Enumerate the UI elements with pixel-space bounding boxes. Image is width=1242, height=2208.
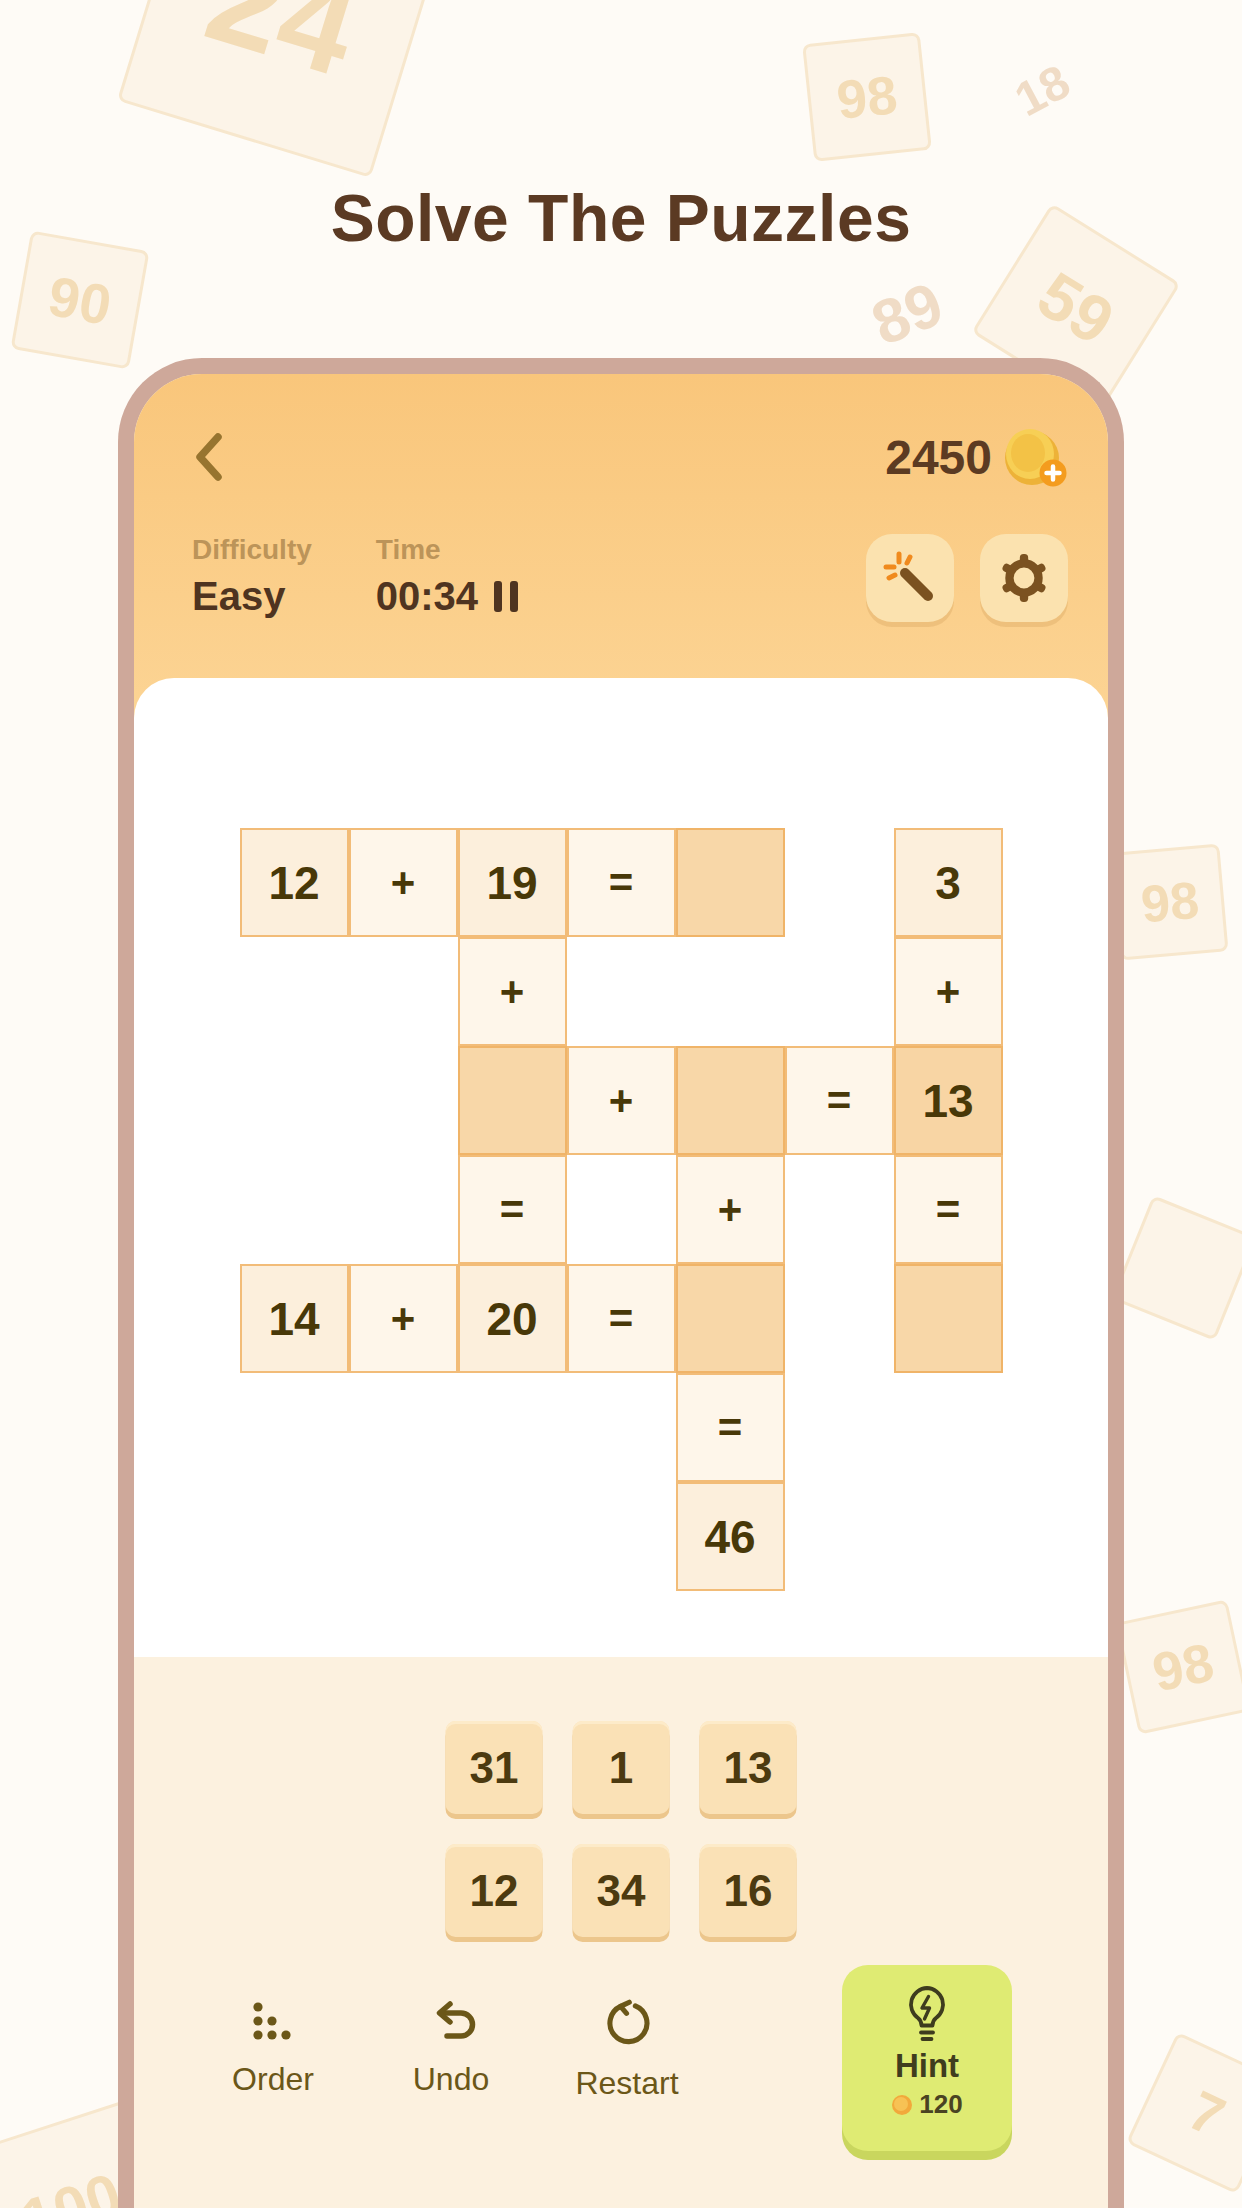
deco-number: 18 (988, 36, 1096, 144)
page-title: Solve The Puzzles (0, 180, 1242, 256)
board-cell-r4c5-op: + (676, 1155, 785, 1264)
deco-number-square: 7 (1126, 2032, 1242, 2194)
game-header: 2450 Difficulty Easy Time 00:34 (134, 374, 1108, 718)
puzzle-board: 12+19=3+++=13=+=14+20==46 (240, 828, 1003, 1591)
difficulty-value: Easy (192, 574, 312, 619)
board-cell-r5c7-empty[interactable] (894, 1264, 1003, 1373)
board-cell-r3c7-placed[interactable]: 13 (894, 1046, 1003, 1155)
tray-tile-16[interactable]: 16 (700, 1844, 797, 1937)
game-card: 2450 Difficulty Easy Time 00:34 (118, 358, 1124, 2208)
hint-button[interactable]: Hint 120 (842, 1965, 1012, 2151)
board-cell-r5c3-given: 20 (458, 1264, 567, 1373)
deco-number-square: 24 (117, 0, 448, 178)
undo-label: Undo (413, 2061, 490, 2098)
undo-arrow-icon (424, 1999, 478, 2045)
coin-counter[interactable]: 2450 (885, 426, 1068, 488)
time-stat: Time 00:34 (376, 534, 518, 619)
header-bottom-row: Difficulty Easy Time 00:34 (192, 534, 1068, 622)
hint-cost-value: 120 (919, 2089, 962, 2120)
time-text: 00:34 (376, 574, 478, 619)
board-cell-r5c1-given: 14 (240, 1264, 349, 1373)
tray-tile-13[interactable]: 13 (700, 1721, 797, 1814)
coin-count: 2450 (885, 430, 992, 485)
difficulty-label: Difficulty (192, 534, 312, 566)
board-cell-r3c6-op: = (785, 1046, 894, 1155)
board-cell-r1c3-given: 19 (458, 828, 567, 937)
settings-button[interactable] (980, 534, 1068, 622)
board-cell-r5c2-op: + (349, 1264, 458, 1373)
board-cell-r3c4-op: + (567, 1046, 676, 1155)
tray-tile-1[interactable]: 1 (573, 1721, 670, 1814)
deco-number-square: 98 (1115, 1599, 1242, 1734)
coin-icon (1002, 426, 1068, 488)
deco-number-square: 98 (1111, 843, 1228, 960)
difficulty-stat: Difficulty Easy (192, 534, 312, 619)
restart-button[interactable]: Restart (552, 1998, 702, 2103)
undo-button[interactable]: Undo (376, 1998, 526, 2099)
footer-area: 31113123416 Order Undo Re (134, 1657, 1108, 2208)
tile-tray: 31113123416 (446, 1721, 797, 1937)
chevron-left-icon (188, 429, 228, 485)
hint-cost: 120 (891, 2089, 962, 2120)
puzzle-panel: 12+19=3+++=13=+=14+20==46 (134, 678, 1108, 1657)
time-label: Time (376, 534, 518, 566)
deco-number-square (1111, 1195, 1242, 1341)
time-value: 00:34 (376, 574, 518, 619)
tray-tile-12[interactable]: 12 (446, 1844, 543, 1937)
tray-tile-34[interactable]: 34 (573, 1844, 670, 1937)
restart-label: Restart (575, 2065, 678, 2102)
board-cell-r3c5-empty[interactable] (676, 1046, 785, 1155)
board-cell-r5c5-empty[interactable] (676, 1264, 785, 1373)
lightbulb-bolt-icon (896, 1981, 958, 2043)
board-cell-r5c4-op: = (567, 1264, 676, 1373)
board-cell-r2c3-op: + (458, 937, 567, 1046)
deco-number-square: 98 (802, 32, 932, 162)
tray-tile-31[interactable]: 31 (446, 1721, 543, 1814)
order-dots-icon (248, 1999, 298, 2045)
board-cell-r4c3-op: = (458, 1155, 567, 1264)
gear-icon (998, 552, 1050, 604)
board-cell-r1c2-op: + (349, 828, 458, 937)
board-cell-r3c3-empty[interactable] (458, 1046, 567, 1155)
board-cell-r7c5-given: 46 (676, 1482, 785, 1591)
magic-wand-icon (883, 551, 937, 605)
board-cell-r1c4-op: = (567, 828, 676, 937)
header-top-row: 2450 (188, 426, 1068, 488)
board-cell-r6c5-op: = (676, 1373, 785, 1482)
pause-button[interactable] (494, 581, 518, 612)
hint-label: Hint (895, 2047, 959, 2085)
magic-wand-button[interactable] (866, 534, 954, 622)
board-cell-r1c1-given: 12 (240, 828, 349, 937)
board-cell-r1c5-empty[interactable] (676, 828, 785, 937)
restart-arrow-icon (600, 1999, 654, 2049)
order-button[interactable]: Order (198, 1998, 348, 2099)
board-cell-r2c7-op: + (894, 937, 1003, 1046)
header-buttons (866, 534, 1068, 622)
board-cell-r1c7-given: 3 (894, 828, 1003, 937)
board-cell-r4c7-op: = (894, 1155, 1003, 1264)
back-button[interactable] (188, 429, 236, 485)
small-coin-icon (891, 2094, 913, 2116)
order-label: Order (232, 2061, 314, 2098)
